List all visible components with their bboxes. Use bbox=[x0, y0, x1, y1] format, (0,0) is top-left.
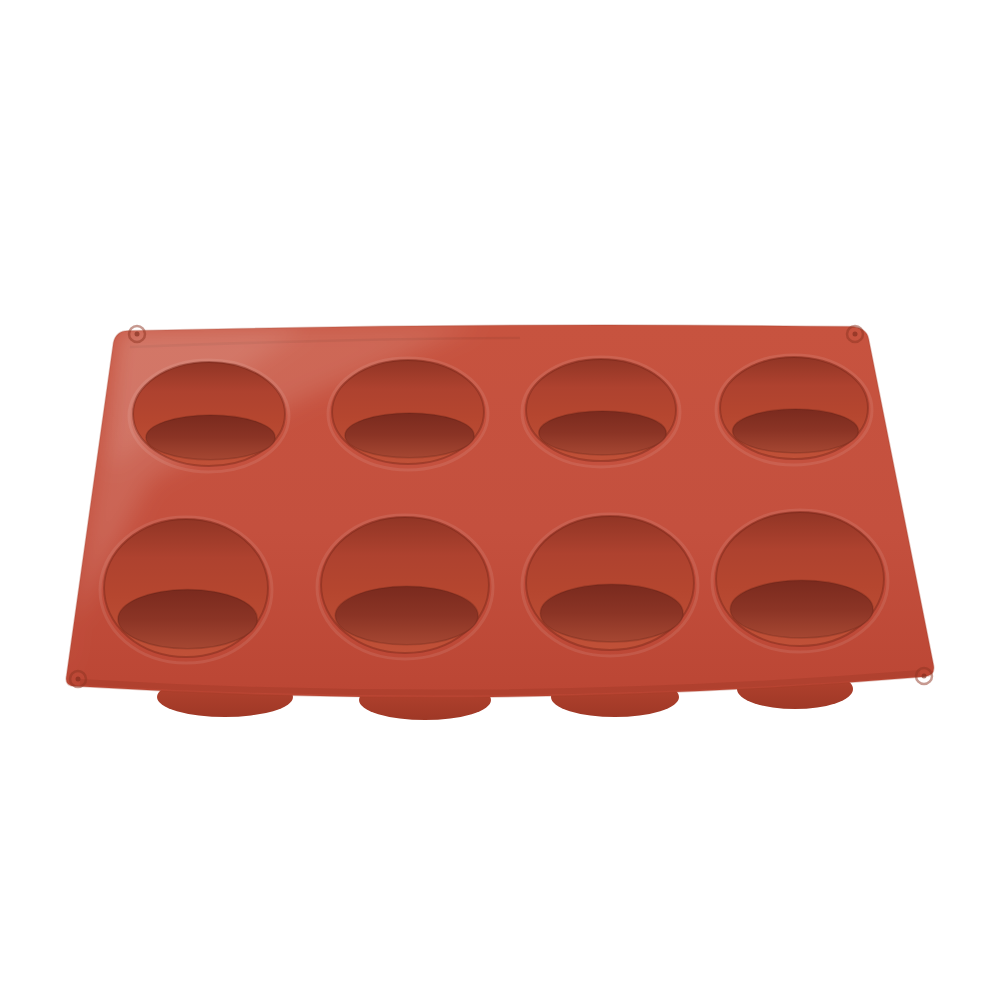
cavity-floor bbox=[540, 584, 683, 642]
product-photo bbox=[0, 0, 1000, 1000]
cavity-row1-col4 bbox=[716, 355, 872, 465]
cavity-floor bbox=[146, 415, 275, 460]
cavity-floor bbox=[345, 413, 474, 458]
cavity-floor bbox=[118, 589, 257, 648]
cavity-row2-col4 bbox=[712, 510, 888, 652]
cavity-row2-col3 bbox=[522, 514, 698, 656]
cavity-row1-col1 bbox=[129, 360, 289, 472]
cavity-floor bbox=[730, 580, 873, 638]
cavity-row2-col2 bbox=[317, 515, 493, 659]
dimple-center bbox=[135, 332, 140, 337]
cavity-floor bbox=[733, 409, 859, 453]
dimple-center bbox=[922, 674, 927, 679]
cavity-row1-col2 bbox=[328, 358, 488, 470]
dimple-center bbox=[853, 332, 858, 337]
dimple-center bbox=[76, 677, 81, 682]
cavity-floor bbox=[539, 411, 667, 455]
cavity-row2-col1 bbox=[100, 517, 272, 663]
cavity-row1-col3 bbox=[522, 357, 680, 467]
cavity-floor bbox=[335, 586, 478, 644]
mold-product-image bbox=[0, 0, 1000, 1000]
